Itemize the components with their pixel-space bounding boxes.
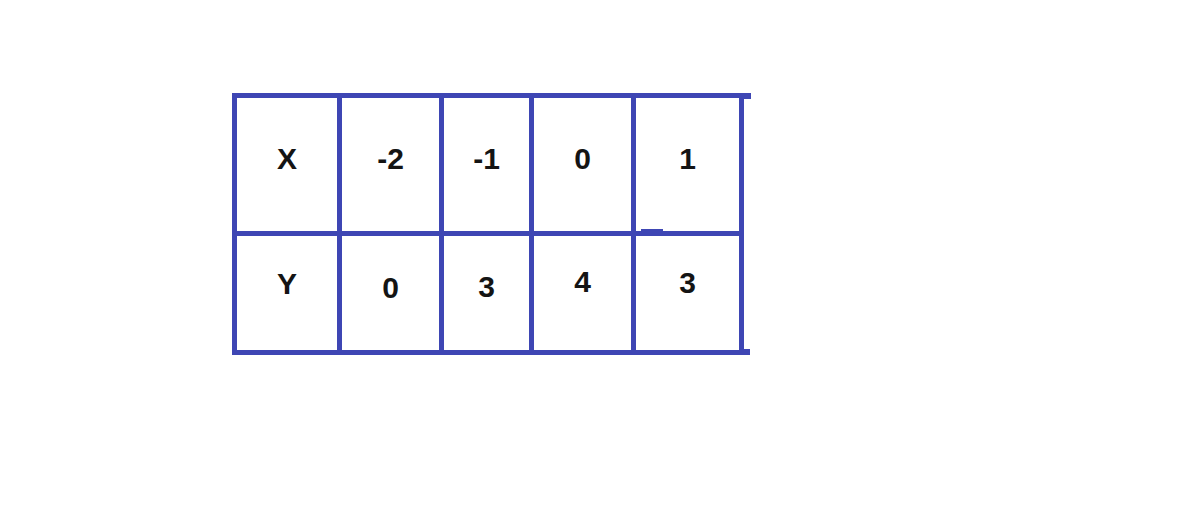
row-y-value-1-label: 3 bbox=[478, 270, 495, 304]
xy-value-table: X -2 -1 0 1 Y 0 3 4 3 bbox=[232, 93, 744, 355]
row-x-value-2-label: 0 bbox=[574, 142, 591, 176]
page-canvas: X -2 -1 0 1 Y 0 3 4 3 bbox=[0, 0, 1194, 532]
row-y-value-0-label: 0 bbox=[382, 271, 399, 305]
row-x-header-label: X bbox=[277, 142, 297, 176]
hand-drawn-jog-middle-line bbox=[641, 229, 663, 233]
row-x-value-1-label: -1 bbox=[473, 142, 500, 176]
row-y-value-3-label: 3 bbox=[679, 266, 696, 300]
hand-drawn-overshoot-bottom-right bbox=[744, 349, 750, 355]
row-y-value-3: 3 bbox=[636, 236, 739, 350]
row-y-value-2-label: 4 bbox=[574, 265, 591, 299]
row-x-value-0-label: -2 bbox=[377, 142, 404, 176]
hand-drawn-overshoot-top-right bbox=[744, 93, 751, 99]
row-y-value-0: 0 bbox=[342, 236, 439, 350]
row-x-value-1: -1 bbox=[444, 98, 529, 231]
row-y-header-label: Y bbox=[277, 267, 297, 301]
row-y-value-2: 4 bbox=[534, 236, 631, 350]
row-x-value-3: 1 bbox=[636, 98, 739, 231]
row-x-header: X bbox=[237, 98, 337, 231]
row-y-value-1: 3 bbox=[444, 236, 529, 350]
row-x-value-0: -2 bbox=[342, 98, 439, 231]
row-x-value-2: 0 bbox=[534, 98, 631, 231]
row-y-header: Y bbox=[237, 236, 337, 350]
row-x-value-3-label: 1 bbox=[679, 142, 696, 176]
